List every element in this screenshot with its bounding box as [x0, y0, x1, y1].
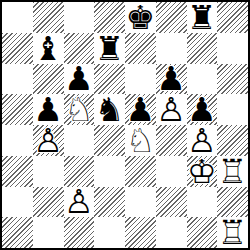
piece-white-rook: ♜♖ — [217, 217, 248, 248]
square-f4[interactable] — [156, 125, 187, 156]
white-pawn-halo: ♟ — [156, 94, 187, 125]
square-b3[interactable] — [33, 156, 64, 187]
square-f6[interactable]: ♟♟ — [156, 64, 187, 95]
square-a7[interactable] — [2, 33, 33, 64]
square-f3[interactable] — [156, 156, 187, 187]
black-pawn-icon: ♟ — [33, 94, 64, 125]
piece-white-pawn: ♟♙ — [187, 125, 218, 156]
square-f5[interactable]: ♟♙ — [156, 94, 187, 125]
square-c7[interactable] — [64, 33, 95, 64]
black-rook-icon: ♜ — [187, 2, 218, 33]
black-rook-icon: ♜ — [94, 33, 125, 64]
square-a8[interactable] — [2, 2, 33, 33]
square-d6[interactable] — [94, 64, 125, 95]
white-pawn-halo: ♟ — [187, 125, 218, 156]
square-e1[interactable] — [125, 217, 156, 248]
black-pawn-halo: ♟ — [125, 94, 156, 125]
white-knight-halo: ♞ — [125, 125, 156, 156]
white-knight-halo: ♞ — [64, 94, 95, 125]
white-pawn-halo: ♟ — [64, 187, 95, 218]
square-e4[interactable]: ♞♘ — [125, 125, 156, 156]
square-h7[interactable] — [217, 33, 248, 64]
white-knight-icon: ♘ — [64, 94, 95, 125]
square-b5[interactable]: ♟♟ — [33, 94, 64, 125]
square-d8[interactable] — [94, 2, 125, 33]
square-f7[interactable] — [156, 33, 187, 64]
piece-black-pawn: ♟♟ — [64, 64, 95, 95]
white-rook-halo: ♜ — [217, 217, 248, 248]
square-h6[interactable] — [217, 64, 248, 95]
square-a5[interactable] — [2, 94, 33, 125]
black-pawn-halo: ♟ — [64, 64, 95, 95]
square-d3[interactable] — [94, 156, 125, 187]
white-rook-icon: ♖ — [217, 156, 248, 187]
square-d2[interactable] — [94, 187, 125, 218]
piece-white-rook: ♜♖ — [217, 156, 248, 187]
square-b6[interactable] — [33, 64, 64, 95]
piece-black-rook: ♜♜ — [94, 33, 125, 64]
square-f1[interactable] — [156, 217, 187, 248]
black-knight-icon: ♞ — [94, 94, 125, 125]
white-king-halo: ♚ — [187, 156, 218, 187]
black-knight-halo: ♞ — [94, 94, 125, 125]
black-rook-halo: ♜ — [187, 2, 218, 33]
square-f2[interactable] — [156, 187, 187, 218]
square-c4[interactable] — [64, 125, 95, 156]
black-pawn-halo: ♟ — [187, 94, 218, 125]
square-b1[interactable] — [33, 217, 64, 248]
piece-white-pawn: ♟♙ — [156, 94, 187, 125]
square-h8[interactable] — [217, 2, 248, 33]
square-c5[interactable]: ♞♘ — [64, 94, 95, 125]
white-rook-icon: ♖ — [217, 217, 248, 248]
piece-white-king: ♚♔ — [187, 156, 218, 187]
piece-black-knight: ♞♞ — [94, 94, 125, 125]
black-bishop-icon: ♝ — [33, 33, 64, 64]
square-b7[interactable]: ♝♝ — [33, 33, 64, 64]
square-d5[interactable]: ♞♞ — [94, 94, 125, 125]
square-e6[interactable] — [125, 64, 156, 95]
white-pawn-icon: ♙ — [64, 187, 95, 218]
piece-white-knight: ♞♘ — [64, 94, 95, 125]
black-king-halo: ♚ — [125, 2, 156, 33]
square-h1[interactable]: ♜♖ — [217, 217, 248, 248]
square-a2[interactable] — [2, 187, 33, 218]
black-rook-halo: ♜ — [94, 33, 125, 64]
square-c3[interactable] — [64, 156, 95, 187]
square-d7[interactable]: ♜♜ — [94, 33, 125, 64]
white-pawn-icon: ♙ — [33, 125, 64, 156]
piece-black-pawn: ♟♟ — [125, 94, 156, 125]
square-g6[interactable] — [187, 64, 218, 95]
square-f8[interactable] — [156, 2, 187, 33]
white-pawn-icon: ♙ — [156, 94, 187, 125]
white-king-icon: ♔ — [187, 156, 218, 187]
square-c1[interactable] — [64, 217, 95, 248]
square-a3[interactable] — [2, 156, 33, 187]
square-h4[interactable] — [217, 125, 248, 156]
square-g7[interactable] — [187, 33, 218, 64]
square-e8[interactable]: ♚♚ — [125, 2, 156, 33]
white-pawn-halo: ♟ — [33, 125, 64, 156]
square-g2[interactable] — [187, 187, 218, 218]
black-pawn-icon: ♟ — [187, 94, 218, 125]
square-g4[interactable]: ♟♙ — [187, 125, 218, 156]
square-h5[interactable] — [217, 94, 248, 125]
square-g5[interactable]: ♟♟ — [187, 94, 218, 125]
piece-black-bishop: ♝♝ — [33, 33, 64, 64]
piece-white-knight: ♞♘ — [125, 125, 156, 156]
white-pawn-icon: ♙ — [187, 125, 218, 156]
black-pawn-halo: ♟ — [33, 94, 64, 125]
piece-white-pawn: ♟♙ — [33, 125, 64, 156]
black-king-icon: ♚ — [125, 2, 156, 33]
square-c8[interactable] — [64, 2, 95, 33]
square-d1[interactable] — [94, 217, 125, 248]
square-h2[interactable] — [217, 187, 248, 218]
square-a6[interactable] — [2, 64, 33, 95]
square-e5[interactable]: ♟♟ — [125, 94, 156, 125]
square-g1[interactable] — [187, 217, 218, 248]
square-g3[interactable]: ♚♔ — [187, 156, 218, 187]
piece-black-rook: ♜♜ — [187, 2, 218, 33]
piece-black-pawn: ♟♟ — [187, 94, 218, 125]
square-h3[interactable]: ♜♖ — [217, 156, 248, 187]
square-b8[interactable] — [33, 2, 64, 33]
chess-board: ♚♚♜♜♝♝♜♜♟♟♟♟♟♟♞♘♞♞♟♟♟♙♟♟♟♙♞♘♟♙♚♔♜♖♟♙♜♖ — [0, 0, 250, 250]
piece-white-pawn: ♟♙ — [64, 187, 95, 218]
square-b2[interactable] — [33, 187, 64, 218]
square-a4[interactable] — [2, 125, 33, 156]
square-d4[interactable] — [94, 125, 125, 156]
white-knight-icon: ♘ — [125, 125, 156, 156]
square-c2[interactable]: ♟♙ — [64, 187, 95, 218]
piece-black-pawn: ♟♟ — [156, 64, 187, 95]
square-g8[interactable]: ♜♜ — [187, 2, 218, 33]
square-b4[interactable]: ♟♙ — [33, 125, 64, 156]
piece-black-king: ♚♚ — [125, 2, 156, 33]
square-e2[interactable] — [125, 187, 156, 218]
white-rook-halo: ♜ — [217, 156, 248, 187]
black-pawn-icon: ♟ — [125, 94, 156, 125]
black-pawn-icon: ♟ — [156, 64, 187, 95]
black-bishop-halo: ♝ — [33, 33, 64, 64]
square-a1[interactable] — [2, 217, 33, 248]
board-frame: ♚♚♜♜♝♝♜♜♟♟♟♟♟♟♞♘♞♞♟♟♟♙♟♟♟♙♞♘♟♙♚♔♜♖♟♙♜♖ — [0, 0, 250, 250]
square-c6[interactable]: ♟♟ — [64, 64, 95, 95]
square-e3[interactable] — [125, 156, 156, 187]
piece-black-pawn: ♟♟ — [33, 94, 64, 125]
square-e7[interactable] — [125, 33, 156, 64]
black-pawn-halo: ♟ — [156, 64, 187, 95]
black-pawn-icon: ♟ — [64, 64, 95, 95]
